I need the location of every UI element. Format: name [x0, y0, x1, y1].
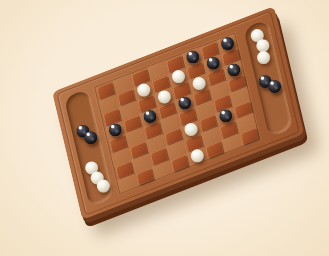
board: ●●○○○ ○○○●● ●●○○●○○●●●●○●○ [52, 6, 304, 220]
black-marble[interactable]: ● [219, 110, 232, 123]
black-marble[interactable]: ● [186, 51, 199, 64]
black-marble[interactable]: ● [84, 131, 97, 144]
black-marble[interactable]: ● [108, 124, 121, 137]
black-marble[interactable]: ● [221, 37, 234, 50]
black-marble[interactable]: ● [227, 63, 240, 76]
black-marble[interactable]: ● [143, 110, 156, 123]
white-marble[interactable]: ○ [97, 180, 110, 193]
page-background: ●●○○○ ○○○●● ●●○○●○○●●●●○●○ [0, 0, 329, 256]
white-marble[interactable]: ○ [137, 84, 150, 97]
board-grid: ●●○○●○○●●●●○●○ [95, 34, 259, 193]
white-marble[interactable]: ○ [190, 150, 203, 163]
white-marble[interactable]: ○ [257, 51, 270, 64]
black-marble[interactable]: ● [206, 57, 219, 70]
white-marble[interactable]: ○ [172, 70, 185, 83]
white-marble[interactable]: ○ [184, 123, 197, 136]
white-marble[interactable]: ○ [192, 77, 205, 90]
black-marble[interactable]: ● [178, 97, 191, 110]
black-marble[interactable]: ● [268, 80, 281, 93]
white-marble[interactable]: ○ [157, 90, 170, 103]
